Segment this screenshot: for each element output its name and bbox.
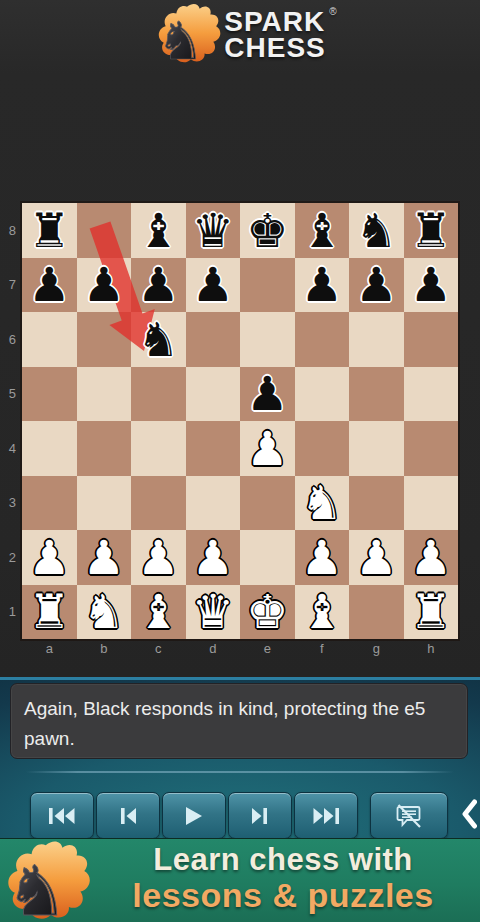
banner-line1: Learn chess with xyxy=(88,842,478,878)
black-pawn-d7[interactable]: ♟ xyxy=(192,261,234,308)
black-rook-h8[interactable]: ♜ xyxy=(410,207,452,254)
square-d5[interactable] xyxy=(186,367,241,422)
rank-label-4: 4 xyxy=(0,421,20,476)
white-pawn-f2[interactable]: ♟ xyxy=(301,534,343,581)
square-b8[interactable] xyxy=(77,203,132,258)
white-king-e1[interactable]: ♚ xyxy=(246,588,288,635)
square-f6[interactable] xyxy=(295,312,350,367)
file-label-c: c xyxy=(131,639,186,656)
square-f7[interactable]: ♟ xyxy=(295,258,350,313)
white-knight-b1[interactable]: ♞ xyxy=(83,588,125,635)
speech-bubble-slash-icon xyxy=(396,804,422,828)
square-a1[interactable]: ♜ xyxy=(22,585,77,640)
black-rook-a8[interactable]: ♜ xyxy=(28,207,70,254)
square-h2[interactable]: ♟ xyxy=(404,530,459,585)
square-d2[interactable]: ♟ xyxy=(186,530,241,585)
square-e7[interactable] xyxy=(240,258,295,313)
square-f2[interactable]: ♟ xyxy=(295,530,350,585)
square-e2[interactable] xyxy=(240,530,295,585)
white-pawn-g2[interactable]: ♟ xyxy=(355,534,397,581)
go-to-end-button[interactable] xyxy=(294,792,358,839)
white-pawn-d2[interactable]: ♟ xyxy=(192,534,234,581)
square-d4[interactable] xyxy=(186,421,241,476)
skip-to-start-icon xyxy=(47,806,77,826)
square-h6[interactable] xyxy=(404,312,459,367)
square-h3[interactable] xyxy=(404,476,459,531)
rank-label-5: 5 xyxy=(0,367,20,422)
square-a3[interactable] xyxy=(22,476,77,531)
square-e6[interactable] xyxy=(240,312,295,367)
commentary-text: Again, Black responds in kind, protectin… xyxy=(24,698,425,749)
white-bishop-c1[interactable]: ♝ xyxy=(137,588,179,635)
flaming-knight-banner-icon xyxy=(2,835,92,922)
square-d7[interactable]: ♟ xyxy=(186,258,241,313)
white-pawn-c2[interactable]: ♟ xyxy=(137,534,179,581)
file-label-b: b xyxy=(77,639,132,656)
square-e8[interactable]: ♚ xyxy=(240,203,295,258)
square-b5[interactable] xyxy=(77,367,132,422)
file-label-g: g xyxy=(349,639,404,656)
panel-divider xyxy=(26,771,454,773)
mute-commentary-button[interactable] xyxy=(370,792,448,839)
square-g5[interactable] xyxy=(349,367,404,422)
square-g2[interactable]: ♟ xyxy=(349,530,404,585)
play-icon xyxy=(184,806,204,826)
file-labels: abcdefgh xyxy=(22,639,458,656)
registered-trademark: ® xyxy=(329,7,337,16)
chess-board[interactable]: ♜♝♛♚♝♞♜♟♟♟♟♟♟♟♞♟♟♞♟♟♟♟♟♟♟♜♞♝♛♚♝♜ xyxy=(22,203,458,639)
square-g1[interactable] xyxy=(349,585,404,640)
square-a5[interactable] xyxy=(22,367,77,422)
square-c6[interactable]: ♞ xyxy=(131,312,186,367)
file-label-d: d xyxy=(186,639,241,656)
square-g7[interactable]: ♟ xyxy=(349,258,404,313)
black-bishop-c8[interactable]: ♝ xyxy=(137,207,179,254)
square-a4[interactable] xyxy=(22,421,77,476)
square-h8[interactable]: ♜ xyxy=(404,203,459,258)
file-label-f: f xyxy=(295,639,350,656)
black-knight-g8[interactable]: ♞ xyxy=(355,207,397,254)
square-h1[interactable]: ♜ xyxy=(404,585,459,640)
square-c4[interactable] xyxy=(131,421,186,476)
rank-label-6: 6 xyxy=(0,312,20,367)
square-d3[interactable] xyxy=(186,476,241,531)
step-forward-icon xyxy=(249,806,271,826)
square-b4[interactable] xyxy=(77,421,132,476)
file-label-a: a xyxy=(22,639,77,656)
black-pawn-g7[interactable]: ♟ xyxy=(355,261,397,308)
square-e5[interactable]: ♟ xyxy=(240,367,295,422)
drawer-toggle[interactable] xyxy=(459,792,479,839)
square-b3[interactable] xyxy=(77,476,132,531)
square-c3[interactable] xyxy=(131,476,186,531)
white-queen-d1[interactable]: ♛ xyxy=(192,588,234,635)
rank-label-1: 1 xyxy=(0,585,20,640)
square-c1[interactable]: ♝ xyxy=(131,585,186,640)
square-e4[interactable]: ♟ xyxy=(240,421,295,476)
black-pawn-h7[interactable]: ♟ xyxy=(410,261,452,308)
square-f4[interactable] xyxy=(295,421,350,476)
black-pawn-c7[interactable]: ♟ xyxy=(137,261,179,308)
black-knight-c6[interactable]: ♞ xyxy=(137,316,179,363)
square-f1[interactable]: ♝ xyxy=(295,585,350,640)
square-c5[interactable] xyxy=(131,367,186,422)
go-to-start-button[interactable] xyxy=(30,792,94,839)
white-rook-h1[interactable]: ♜ xyxy=(410,588,452,635)
square-h5[interactable] xyxy=(404,367,459,422)
black-king-e8[interactable]: ♚ xyxy=(246,207,288,254)
banner-line2: lessons & puzzles xyxy=(88,878,478,914)
commentary-box: Again, Black responds in kind, protectin… xyxy=(10,683,468,759)
chevron-left-icon xyxy=(461,799,477,833)
white-rook-a1[interactable]: ♜ xyxy=(28,588,70,635)
white-pawn-h2[interactable]: ♟ xyxy=(410,534,452,581)
brand-wordmark: SPARK CHESS ® xyxy=(224,9,325,61)
black-pawn-f7[interactable]: ♟ xyxy=(301,261,343,308)
square-c2[interactable]: ♟ xyxy=(131,530,186,585)
square-f5[interactable] xyxy=(295,367,350,422)
square-b7[interactable]: ♟ xyxy=(77,258,132,313)
square-a7[interactable]: ♟ xyxy=(22,258,77,313)
app-logo: SPARK CHESS ® xyxy=(0,0,480,70)
promo-banner[interactable]: Learn chess with lessons & puzzles xyxy=(0,838,480,922)
square-g4[interactable] xyxy=(349,421,404,476)
square-g6[interactable] xyxy=(349,312,404,367)
black-bishop-f8[interactable]: ♝ xyxy=(301,207,343,254)
square-e1[interactable]: ♚ xyxy=(240,585,295,640)
black-pawn-a7[interactable]: ♟ xyxy=(28,261,70,308)
square-d1[interactable]: ♛ xyxy=(186,585,241,640)
lower-panel: Again, Black responds in kind, protectin… xyxy=(0,677,480,838)
rank-labels: 87654321 xyxy=(0,203,20,639)
white-bishop-f1[interactable]: ♝ xyxy=(301,588,343,635)
square-g8[interactable]: ♞ xyxy=(349,203,404,258)
white-knight-f3[interactable]: ♞ xyxy=(301,479,343,526)
black-pawn-b7[interactable]: ♟ xyxy=(83,261,125,308)
play-button[interactable] xyxy=(162,792,226,839)
square-f3[interactable]: ♞ xyxy=(295,476,350,531)
square-b2[interactable]: ♟ xyxy=(77,530,132,585)
square-g3[interactable] xyxy=(349,476,404,531)
file-label-e: e xyxy=(240,639,295,656)
square-d6[interactable] xyxy=(186,312,241,367)
square-a6[interactable] xyxy=(22,312,77,367)
next-move-button[interactable] xyxy=(228,792,292,839)
rank-label-8: 8 xyxy=(0,203,20,258)
brand-line2: CHESS xyxy=(224,35,325,61)
file-label-h: h xyxy=(404,639,459,656)
square-f8[interactable]: ♝ xyxy=(295,203,350,258)
step-back-icon xyxy=(117,806,139,826)
square-c8[interactable]: ♝ xyxy=(131,203,186,258)
skip-to-end-icon xyxy=(311,806,341,826)
black-pawn-e5[interactable]: ♟ xyxy=(246,370,288,417)
white-pawn-e4[interactable]: ♟ xyxy=(246,425,288,472)
square-b1[interactable]: ♞ xyxy=(77,585,132,640)
flaming-knight-logo-icon xyxy=(154,0,222,70)
rank-label-3: 3 xyxy=(0,476,20,531)
square-h4[interactable] xyxy=(404,421,459,476)
black-queen-d8[interactable]: ♛ xyxy=(192,207,234,254)
square-d8[interactable]: ♛ xyxy=(186,203,241,258)
rank-label-7: 7 xyxy=(0,258,20,313)
rank-label-2: 2 xyxy=(0,530,20,585)
white-pawn-a2[interactable]: ♟ xyxy=(28,534,70,581)
sparkchess-app-screen: SPARK CHESS ® 87654321 abcdefgh ♜♝♛♚♝♞♜♟… xyxy=(0,0,480,922)
square-a2[interactable]: ♟ xyxy=(22,530,77,585)
square-h7[interactable]: ♟ xyxy=(404,258,459,313)
previous-move-button[interactable] xyxy=(96,792,160,839)
banner-text: Learn chess with lessons & puzzles xyxy=(88,842,478,913)
square-e3[interactable] xyxy=(240,476,295,531)
white-pawn-b2[interactable]: ♟ xyxy=(83,534,125,581)
square-a8[interactable]: ♜ xyxy=(22,203,77,258)
square-b6[interactable] xyxy=(77,312,132,367)
square-c7[interactable]: ♟ xyxy=(131,258,186,313)
